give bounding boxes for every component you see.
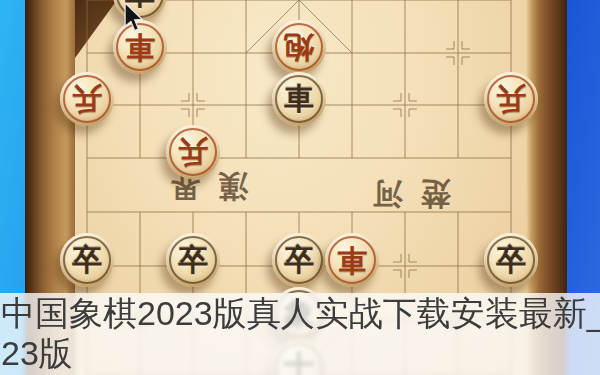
river-label-right: 楚河 (355, 173, 451, 214)
piece-red-soldier-1[interactable]: 兵 (60, 72, 114, 126)
piece-black-soldier-1[interactable]: 卒 (60, 233, 114, 287)
xiangqi-game-screen: 漢界 楚河 車車炮車兵兵兵卒卒卒車卒象士 中国象棋2023版真人实战下载安装最新… (0, 0, 600, 375)
piece-red-chariot-1[interactable]: 車 (113, 20, 167, 74)
piece-character: 卒 (178, 233, 208, 287)
piece-character: 兵 (178, 125, 208, 179)
caption-line2: 23版 (0, 333, 600, 373)
piece-black-soldier-3[interactable]: 卒 (272, 233, 326, 287)
piece-character: 卒 (72, 233, 102, 287)
piece-character: 卒 (284, 233, 314, 287)
piece-character: 兵 (72, 72, 102, 126)
caption-overlay: 中国象棋2023版真人实战下载安装最新_中国象棋20 23版 (0, 293, 600, 375)
piece-character: 炮 (284, 20, 314, 74)
piece-character: 兵 (496, 72, 526, 126)
piece-black-soldier-2[interactable]: 卒 (166, 233, 220, 287)
piece-red-soldier-2[interactable]: 兵 (484, 72, 538, 126)
piece-red-soldier-3[interactable]: 兵 (166, 125, 220, 179)
piece-character: 車 (125, 0, 155, 21)
piece-character: 卒 (496, 233, 526, 287)
piece-black-chariot-2[interactable]: 車 (272, 72, 326, 126)
piece-red-chariot-2[interactable]: 車 (325, 233, 379, 287)
piece-character: 車 (284, 72, 314, 126)
piece-red-cannon[interactable]: 炮 (272, 20, 326, 74)
piece-black-soldier-4[interactable]: 卒 (484, 233, 538, 287)
piece-character: 車 (125, 20, 155, 74)
piece-character: 車 (337, 233, 367, 287)
caption-line1: 中国象棋2023版真人实战下载安装最新_中国象棋20 (0, 293, 600, 333)
